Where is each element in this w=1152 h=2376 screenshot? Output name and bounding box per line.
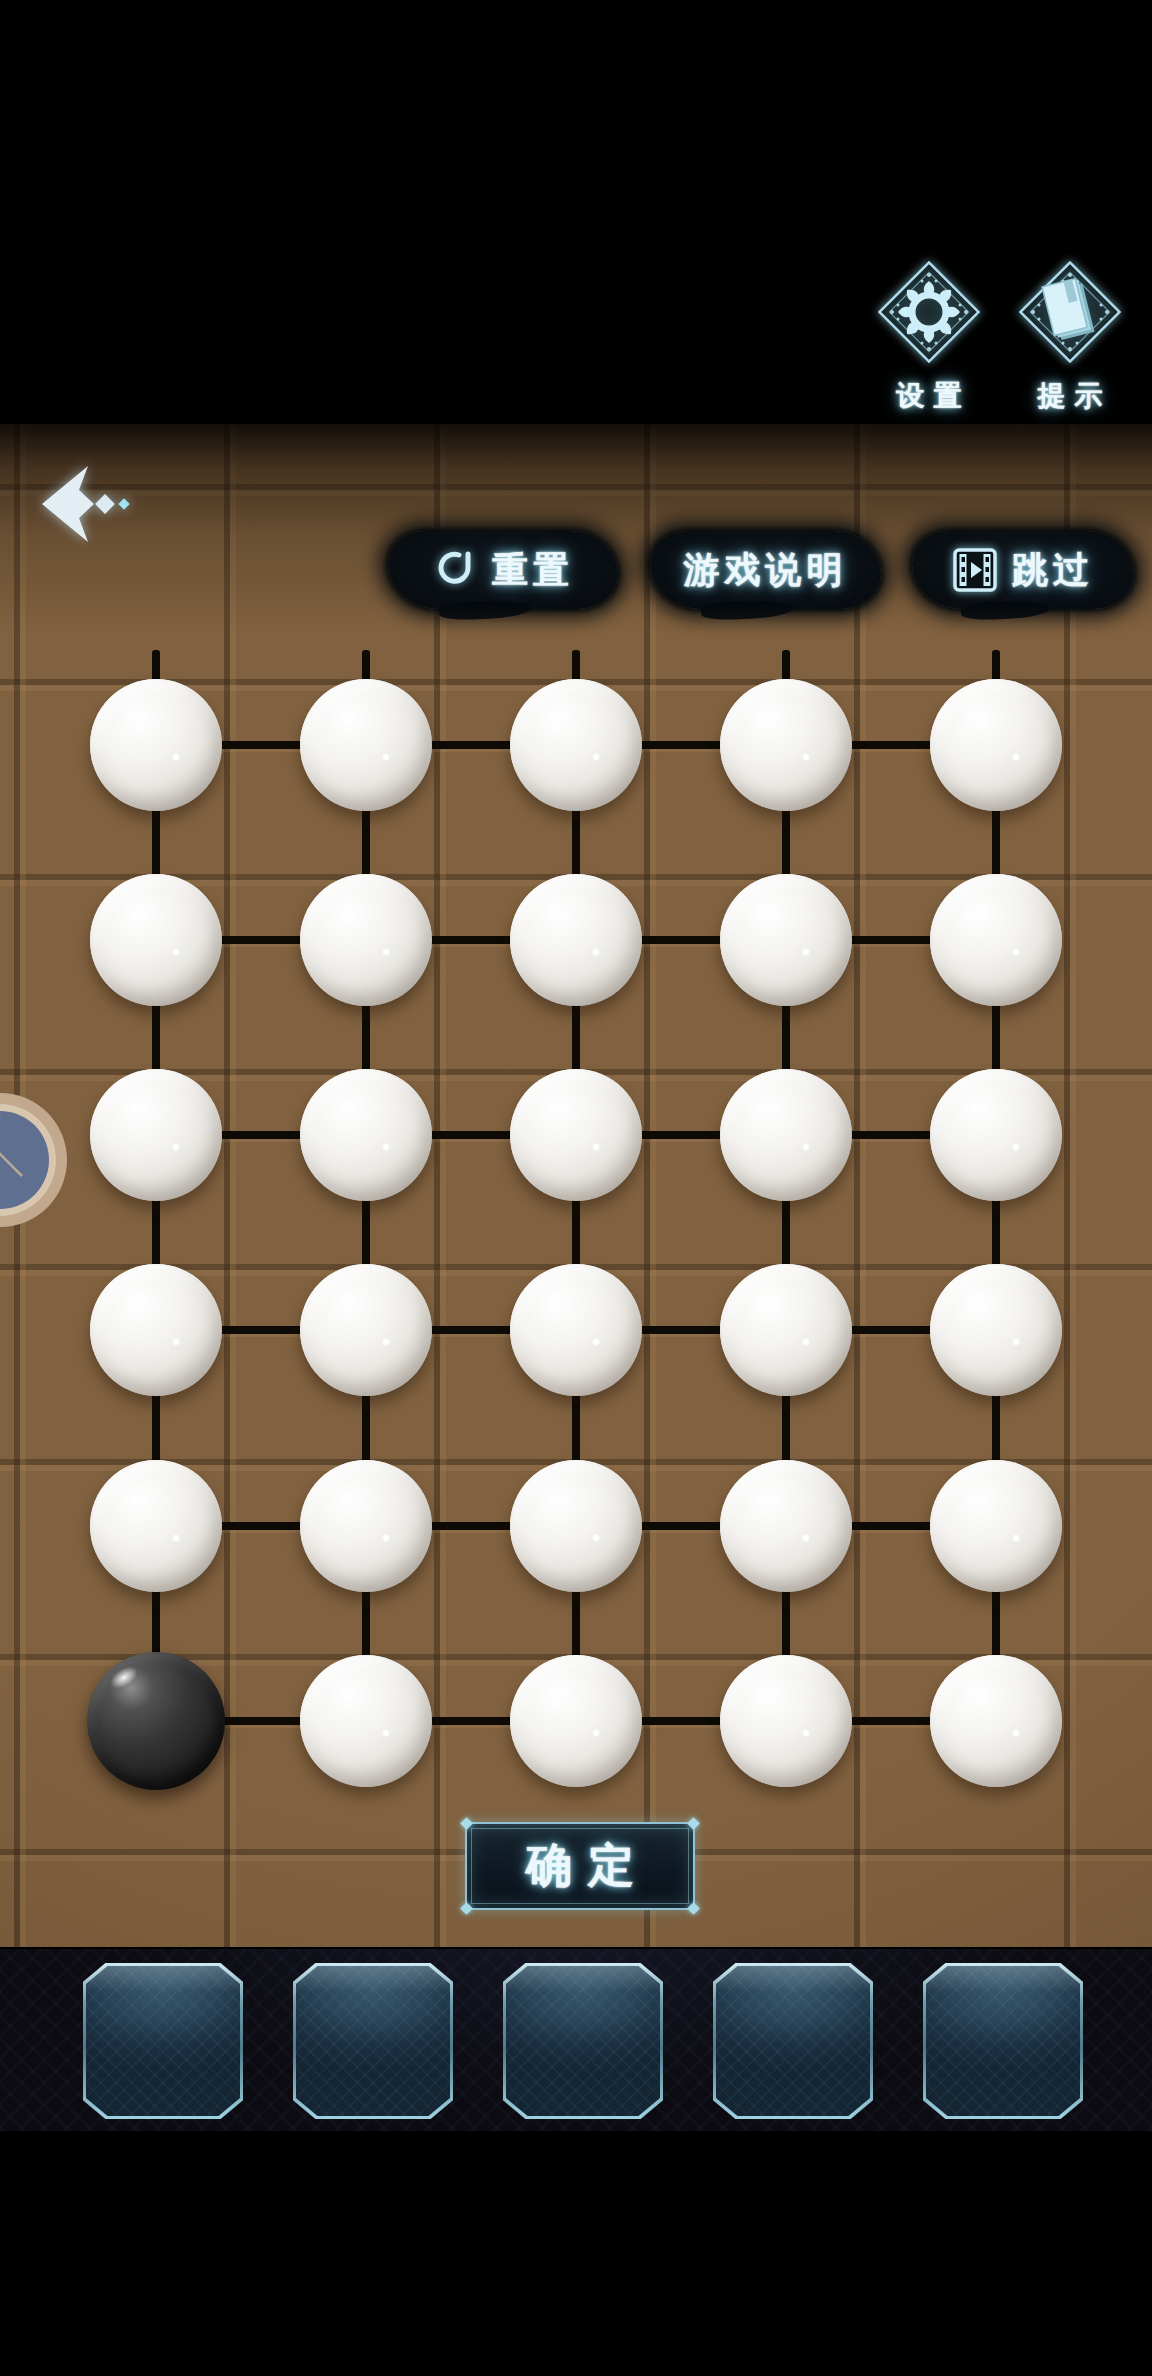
stone-white[interactable] (720, 1264, 852, 1396)
stone-black[interactable] (87, 1652, 225, 1790)
settings-button[interactable]: 设置 (870, 253, 988, 415)
stone-white[interactable] (720, 1069, 852, 1201)
stone-white[interactable] (930, 1264, 1062, 1396)
skip-film-icon (952, 547, 998, 593)
stone-white[interactable] (510, 1264, 642, 1396)
reset-button[interactable]: 重置 (388, 531, 618, 609)
stone-white[interactable] (510, 1069, 642, 1201)
tray-slot[interactable] (923, 1963, 1083, 2119)
tray-slot-inner (296, 1966, 450, 2116)
stone-tray (0, 1949, 1152, 2131)
tray-slot-inner (86, 1966, 240, 2116)
back-arrow-icon (34, 458, 138, 550)
stone-white[interactable] (930, 679, 1062, 811)
skip-button[interactable]: 跳过 (912, 531, 1134, 609)
hint-button[interactable]: 提示 (1011, 253, 1129, 415)
stone-white[interactable] (720, 1460, 852, 1592)
tray-slot-inner (716, 1966, 870, 2116)
confirm-button[interactable]: 确定 (465, 1822, 695, 1910)
compass-widget[interactable] (0, 1086, 74, 1238)
stone-white[interactable] (300, 679, 432, 811)
stone-white[interactable] (90, 874, 222, 1006)
stone-white[interactable] (720, 1655, 852, 1787)
gear-icon (870, 253, 988, 371)
stone-white[interactable] (300, 874, 432, 1006)
stone-white[interactable] (90, 1069, 222, 1201)
stone-white[interactable] (90, 1460, 222, 1592)
stone-white[interactable] (510, 1460, 642, 1592)
tray-slot[interactable] (713, 1963, 873, 2119)
stone-white[interactable] (300, 1069, 432, 1201)
game-screen: 设置 提示 (0, 0, 1152, 2376)
tray-slot-inner (926, 1966, 1080, 2116)
stone-white[interactable] (930, 874, 1062, 1006)
compass-icon (0, 1086, 74, 1234)
confirm-label: 确定 (510, 1835, 650, 1897)
tray-slot[interactable] (83, 1963, 243, 2119)
stone-white[interactable] (930, 1655, 1062, 1787)
stone-white[interactable] (510, 1655, 642, 1787)
stone-white[interactable] (300, 1460, 432, 1592)
instructions-button[interactable]: 游戏说明 (650, 531, 881, 609)
game-board (0, 424, 1152, 1947)
stone-white[interactable] (510, 679, 642, 811)
stone-white[interactable] (90, 679, 222, 811)
settings-label: 设置 (870, 377, 988, 415)
hint-label: 提示 (1011, 377, 1129, 415)
stone-white[interactable] (300, 1264, 432, 1396)
stone-white[interactable] (720, 874, 852, 1006)
stone-white[interactable] (720, 679, 852, 811)
stone-white[interactable] (930, 1069, 1062, 1201)
stone-white[interactable] (300, 1655, 432, 1787)
back-button[interactable] (34, 458, 138, 554)
tray-slot-inner (506, 1966, 660, 2116)
stone-white[interactable] (930, 1460, 1062, 1592)
stone-white[interactable] (510, 874, 642, 1006)
instructions-label: 游戏说明 (684, 546, 848, 595)
stone-white[interactable] (90, 1264, 222, 1396)
tray-slot[interactable] (503, 1963, 663, 2119)
reset-icon (432, 547, 478, 593)
skip-label: 跳过 (1012, 546, 1094, 595)
reset-label: 重置 (492, 546, 574, 595)
book-icon (1011, 253, 1129, 371)
tray-slot[interactable] (293, 1963, 453, 2119)
